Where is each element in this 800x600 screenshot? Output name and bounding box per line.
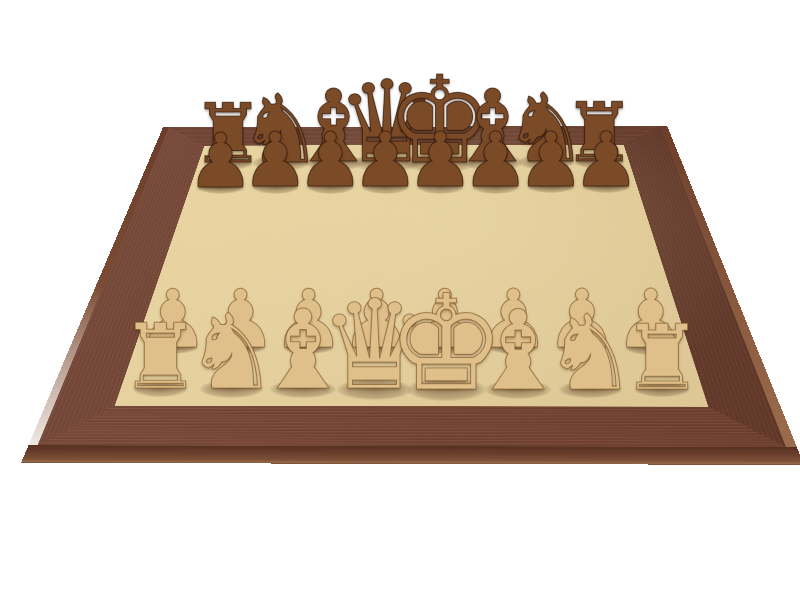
piece-black-pawn-h7[interactable]: ♟ bbox=[568, 123, 644, 199]
board-edge-front bbox=[21, 445, 800, 465]
chessboard-photo: ♜♞♝♛♚♝♞♜♟♟♟♟♟♟♟♟♟♟♟♟♟♟♟♟♜♞♝♛♚♝♞♜ bbox=[0, 0, 800, 600]
piece-white-rook-h1[interactable]: ♜ bbox=[617, 313, 707, 403]
